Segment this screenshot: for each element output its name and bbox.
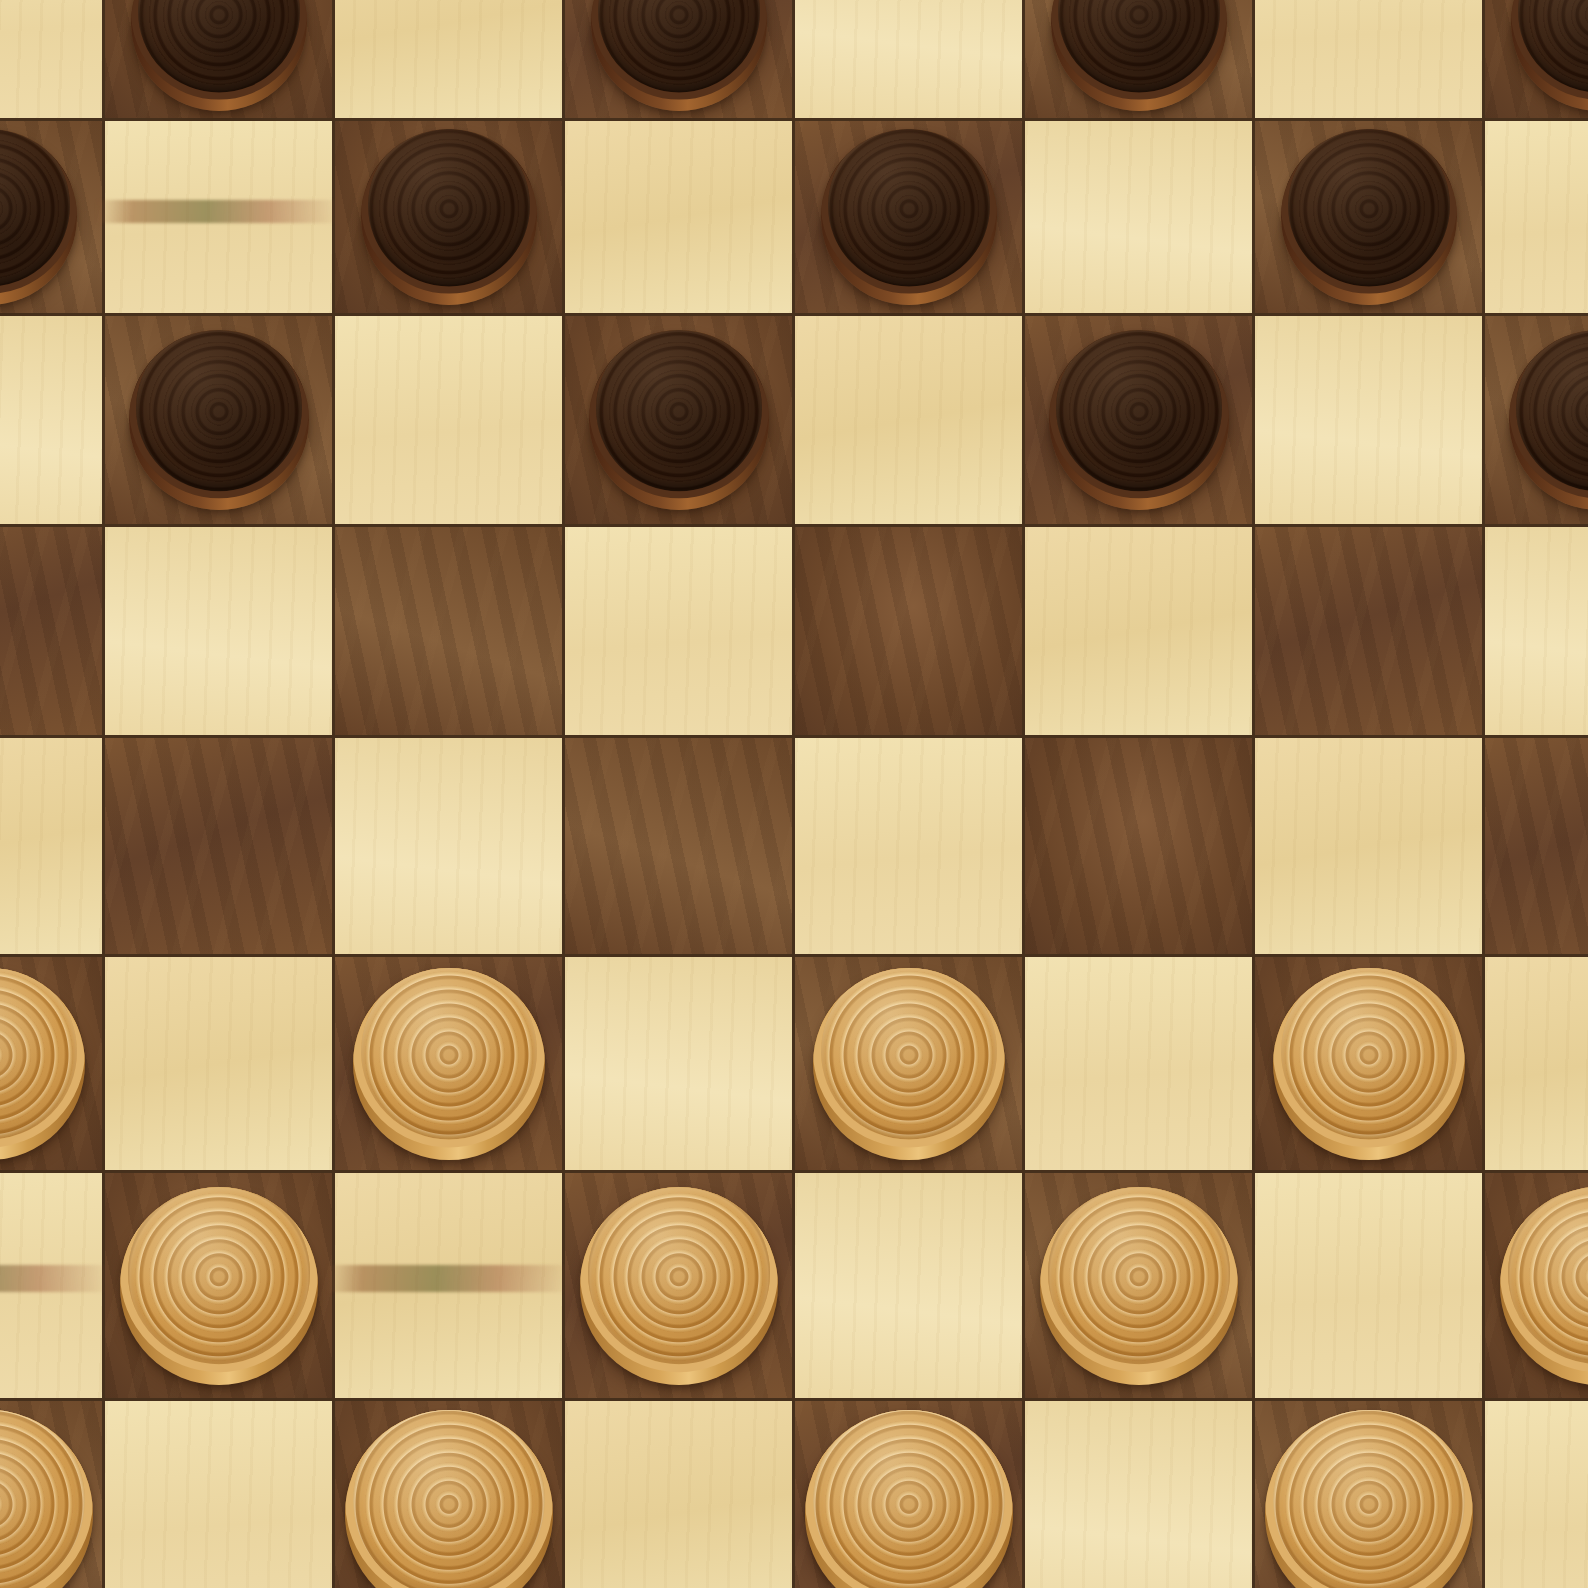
light-square-r4c4 xyxy=(565,527,792,735)
dark-square-32[interactable]: ⛀ xyxy=(1255,1401,1482,1588)
piece-face xyxy=(129,330,309,498)
dark-square-12[interactable]: ⛂ xyxy=(1485,316,1588,524)
light-piece-square-22[interactable]: ⛀ xyxy=(353,968,545,1160)
light-square-r4c6 xyxy=(1025,527,1252,735)
dark-square-5[interactable]: ⛂ xyxy=(0,121,102,313)
light-square-r8c2 xyxy=(105,1401,332,1588)
light-square-r3c7 xyxy=(1255,316,1482,524)
dark-square-19[interactable] xyxy=(1025,738,1252,954)
light-square-r5c5 xyxy=(795,738,1022,954)
dark-square-22[interactable]: ⛀ xyxy=(335,957,562,1170)
light-square-r1c7 xyxy=(1255,0,1482,118)
dark-square-1[interactable]: ⛂ xyxy=(105,0,332,118)
piece-face xyxy=(120,1187,318,1372)
piece-face xyxy=(589,330,769,498)
dark-piece-square-7[interactable]: ⛂ xyxy=(821,129,997,305)
light-square-r1c3 xyxy=(335,0,562,118)
dark-piece-square-11[interactable]: ⛂ xyxy=(1049,330,1229,510)
light-square-r5c1 xyxy=(0,738,102,954)
dark-square-8[interactable]: ⛂ xyxy=(1255,121,1482,313)
light-piece-square-24[interactable]: ⛀ xyxy=(1273,968,1465,1160)
light-square-r7c3 xyxy=(335,1173,562,1398)
light-square-r1c1 xyxy=(0,0,102,118)
light-square-r6c8 xyxy=(1485,957,1588,1170)
piece-face xyxy=(1040,1187,1238,1372)
dark-piece-square-2[interactable]: ⛂ xyxy=(591,0,767,111)
dark-square-21[interactable]: ⛀ xyxy=(0,957,102,1170)
piece-face xyxy=(821,129,997,294)
dark-square-31[interactable]: ⛀ xyxy=(795,1401,1022,1588)
dark-square-25[interactable]: ⛀ xyxy=(105,1173,332,1398)
light-piece-square-28[interactable]: ⛀ xyxy=(1500,1187,1588,1385)
light-square-r8c6 xyxy=(1025,1401,1252,1588)
light-piece-square-26[interactable]: ⛀ xyxy=(580,1187,778,1385)
dark-square-4[interactable]: ⛂ xyxy=(1485,0,1588,118)
light-square-r5c3 xyxy=(335,738,562,954)
dark-square-11[interactable]: ⛂ xyxy=(1025,316,1252,524)
piece-face xyxy=(1051,0,1227,100)
dark-piece-square-12[interactable]: ⛂ xyxy=(1509,330,1588,510)
dark-square-18[interactable] xyxy=(565,738,792,954)
dark-square-28[interactable]: ⛀ xyxy=(1485,1173,1588,1398)
piece-face xyxy=(1049,330,1229,498)
light-square-r5c7 xyxy=(1255,738,1482,954)
dark-square-26[interactable]: ⛀ xyxy=(565,1173,792,1398)
light-piece-square-27[interactable]: ⛀ xyxy=(1040,1187,1238,1385)
light-square-r6c4 xyxy=(565,957,792,1170)
light-square-r3c1 xyxy=(0,316,102,524)
dark-piece-square-6[interactable]: ⛂ xyxy=(361,129,537,305)
dark-square-15[interactable] xyxy=(795,527,1022,735)
dark-square-2[interactable]: ⛂ xyxy=(565,0,792,118)
light-square-r1c5 xyxy=(795,0,1022,118)
light-piece-square-31[interactable]: ⛀ xyxy=(805,1410,1013,1588)
light-square-r2c2 xyxy=(105,121,332,313)
light-piece-square-21[interactable]: ⛀ xyxy=(0,968,85,1160)
light-square-r2c4 xyxy=(565,121,792,313)
piece-face xyxy=(0,129,77,294)
dark-square-29[interactable]: ⛀ xyxy=(0,1401,102,1588)
light-piece-square-32[interactable]: ⛀ xyxy=(1265,1410,1473,1588)
checkers-board: ⛂⛂⛂⛂⛂⛂⛂⛂⛂⛂⛂⛂⛀⛀⛀⛀⛀⛀⛀⛀⛀⛀⛀⛀ xyxy=(0,0,1588,1588)
piece-face xyxy=(131,0,307,100)
dark-square-16[interactable] xyxy=(1255,527,1482,735)
light-square-r6c2 xyxy=(105,957,332,1170)
dark-piece-square-10[interactable]: ⛂ xyxy=(589,330,769,510)
light-square-r7c1 xyxy=(0,1173,102,1398)
board-photo: ⛂⛂⛂⛂⛂⛂⛂⛂⛂⛂⛂⛂⛀⛀⛀⛀⛀⛀⛀⛀⛀⛀⛀⛀ xyxy=(0,0,1588,1588)
dark-square-23[interactable]: ⛀ xyxy=(795,957,1022,1170)
piece-face xyxy=(1281,129,1457,294)
piece-face xyxy=(0,968,85,1148)
light-piece-square-30[interactable]: ⛀ xyxy=(345,1410,553,1588)
light-square-r6c6 xyxy=(1025,957,1252,1170)
dark-piece-square-4[interactable]: ⛂ xyxy=(1511,0,1588,111)
dark-square-7[interactable]: ⛂ xyxy=(795,121,1022,313)
light-square-r3c5 xyxy=(795,316,1022,524)
light-square-r8c8 xyxy=(1485,1401,1588,1588)
light-square-r4c8 xyxy=(1485,527,1588,735)
piece-face xyxy=(813,968,1005,1148)
dark-piece-square-1[interactable]: ⛂ xyxy=(131,0,307,111)
dark-square-3[interactable]: ⛂ xyxy=(1025,0,1252,118)
dark-square-17[interactable] xyxy=(105,738,332,954)
piece-face xyxy=(1511,0,1588,100)
piece-face xyxy=(345,1410,553,1588)
light-square-r7c5 xyxy=(795,1173,1022,1398)
dark-piece-square-8[interactable]: ⛂ xyxy=(1281,129,1457,305)
dark-square-9[interactable]: ⛂ xyxy=(105,316,332,524)
light-square-r3c3 xyxy=(335,316,562,524)
dark-piece-square-5[interactable]: ⛂ xyxy=(0,129,77,305)
dark-square-13[interactable] xyxy=(0,527,102,735)
light-piece-square-25[interactable]: ⛀ xyxy=(120,1187,318,1385)
light-square-r2c8 xyxy=(1485,121,1588,313)
dark-piece-square-9[interactable]: ⛂ xyxy=(129,330,309,510)
dark-square-10[interactable]: ⛂ xyxy=(565,316,792,524)
piece-face xyxy=(1265,1410,1473,1588)
dark-piece-square-3[interactable]: ⛂ xyxy=(1051,0,1227,111)
dark-square-27[interactable]: ⛀ xyxy=(1025,1173,1252,1398)
piece-face xyxy=(0,1410,93,1588)
dark-square-30[interactable]: ⛀ xyxy=(335,1401,562,1588)
dark-square-24[interactable]: ⛀ xyxy=(1255,957,1482,1170)
piece-face xyxy=(361,129,537,294)
light-square-r8c4 xyxy=(565,1401,792,1588)
dark-square-6[interactable]: ⛂ xyxy=(335,121,562,313)
light-square-r4c2 xyxy=(105,527,332,735)
light-piece-square-29[interactable]: ⛀ xyxy=(0,1410,93,1588)
light-piece-square-23[interactable]: ⛀ xyxy=(813,968,1005,1160)
piece-face xyxy=(1273,968,1465,1148)
light-square-r7c7 xyxy=(1255,1173,1482,1398)
piece-face xyxy=(1509,330,1588,498)
piece-face xyxy=(353,968,545,1148)
piece-face xyxy=(591,0,767,100)
dark-square-20[interactable] xyxy=(1485,738,1588,954)
piece-face xyxy=(580,1187,778,1372)
piece-face xyxy=(1500,1187,1588,1372)
light-square-r2c6 xyxy=(1025,121,1252,313)
dark-square-14[interactable] xyxy=(335,527,562,735)
piece-face xyxy=(805,1410,1013,1588)
